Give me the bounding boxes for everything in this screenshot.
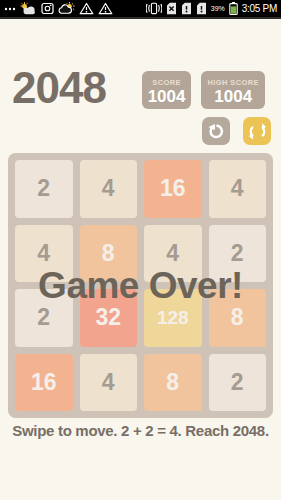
- screenshot-icon: [41, 2, 54, 15]
- partly-cloudy-icon: [58, 2, 75, 15]
- clock-text: 3:05 PM: [242, 4, 277, 14]
- warning-icon: [98, 2, 113, 15]
- score-panel: SCORE 1004 HIGH SCORE 1004: [142, 71, 265, 109]
- warning-icon: [79, 2, 94, 15]
- score-label: SCORE: [152, 78, 181, 87]
- undo-icon: [207, 122, 226, 141]
- game-over-overlay: Game Over!: [8, 153, 273, 418]
- overflow-dots-icon: [4, 7, 16, 11]
- battery-icon: [229, 2, 238, 15]
- sd-card-alert-icon: [181, 2, 192, 15]
- high-score-box: HIGH SCORE 1004: [201, 71, 265, 109]
- screen: 39% 3:05 PM 2048 SCORE 1004 HIGH SCORE 1…: [0, 0, 281, 500]
- control-buttons: [202, 117, 271, 145]
- sd-card-alert-icon: [196, 2, 207, 15]
- cloud-sun-icon: [20, 2, 37, 15]
- vibrate-icon: [146, 2, 162, 15]
- status-bar: 39% 3:05 PM: [0, 0, 281, 19]
- board[interactable]: 241644842232128816482 Game Over!: [8, 153, 273, 418]
- page-title: 2048: [12, 66, 106, 110]
- game-over-text: Game Over!: [38, 265, 243, 307]
- high-score-value: 1004: [214, 87, 252, 106]
- refresh-icon: [248, 122, 267, 141]
- instructions-text: Swipe to move. 2 + 2 = 4. Reach 2048.: [0, 422, 281, 439]
- high-score-label: HIGH SCORE: [207, 78, 259, 87]
- battery-percent: 39%: [211, 5, 225, 12]
- score-value: 1004: [148, 87, 186, 106]
- undo-button[interactable]: [202, 117, 230, 145]
- new-game-button[interactable]: [243, 117, 271, 145]
- sim-card-x-icon: [166, 2, 177, 15]
- score-box: SCORE 1004: [142, 71, 192, 109]
